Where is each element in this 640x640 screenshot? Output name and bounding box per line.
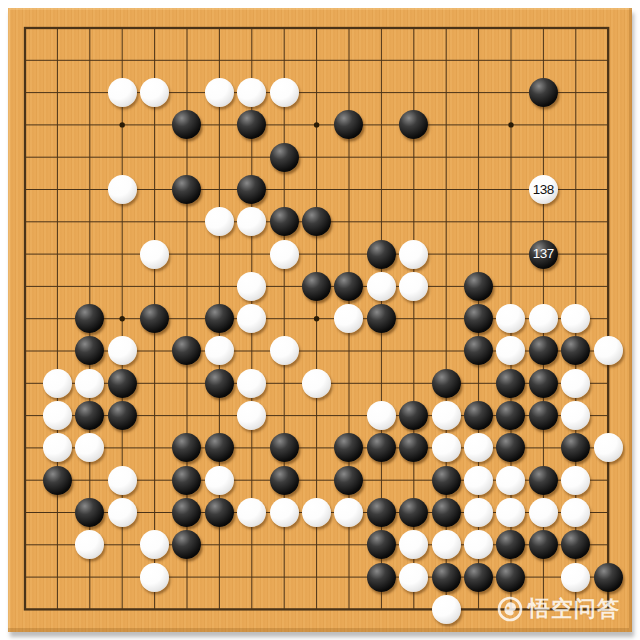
stone-white (367, 401, 396, 430)
stone-white (270, 336, 299, 365)
stone-white (302, 369, 331, 398)
stone-white (432, 595, 461, 624)
stone-white (464, 498, 493, 527)
stone-black (367, 304, 396, 333)
stone-white (205, 207, 234, 236)
stone-black (529, 336, 558, 365)
stone-white (561, 563, 590, 592)
stone-white (464, 466, 493, 495)
stone-black (464, 336, 493, 365)
stone-black (432, 563, 461, 592)
stone-white (140, 530, 169, 559)
stone-white (496, 498, 525, 527)
stone-black (108, 369, 137, 398)
stone-black (270, 143, 299, 172)
stone-white (108, 78, 137, 107)
stone-white (237, 207, 266, 236)
stone-black (464, 401, 493, 430)
stone-white (399, 530, 428, 559)
stone-white (561, 498, 590, 527)
stone-black (464, 304, 493, 333)
stone-white (205, 78, 234, 107)
stone-black (399, 498, 428, 527)
stone-black (432, 498, 461, 527)
stone-black (367, 530, 396, 559)
stone-black (367, 433, 396, 462)
stone-white (432, 530, 461, 559)
stone-black (561, 433, 590, 462)
stone-white (529, 304, 558, 333)
stone-white (108, 175, 137, 204)
stone-white (140, 563, 169, 592)
stone-black (464, 563, 493, 592)
stone-black (496, 401, 525, 430)
stone-black (529, 401, 558, 430)
stone-black (334, 110, 363, 139)
stone-white (75, 530, 104, 559)
stone-black (172, 498, 201, 527)
stone-black (529, 466, 558, 495)
stone-black (43, 466, 72, 495)
stone-white (432, 401, 461, 430)
stone-black (237, 175, 266, 204)
stone-black (432, 369, 461, 398)
stone-black (237, 110, 266, 139)
stone-black (529, 78, 558, 107)
stone-white (43, 401, 72, 430)
stone-black (432, 466, 461, 495)
stone-black (75, 304, 104, 333)
stone-white (399, 563, 428, 592)
stone-black (399, 433, 428, 462)
stone-black: 137 (529, 240, 558, 269)
stone-white (496, 304, 525, 333)
stone-white (43, 433, 72, 462)
stone-black (529, 369, 558, 398)
stone-black (334, 272, 363, 301)
stone-black (529, 530, 558, 559)
stone-white (108, 466, 137, 495)
stone-black (399, 401, 428, 430)
stone-white (75, 433, 104, 462)
stone-white (270, 78, 299, 107)
stone-black (75, 336, 104, 365)
go-diagram-screen: 138137 悟空问答 (0, 0, 640, 640)
stone-black (172, 530, 201, 559)
stone-black (75, 498, 104, 527)
stone-white (270, 498, 299, 527)
stone-white (237, 369, 266, 398)
stone-black (205, 498, 234, 527)
stone-white (496, 336, 525, 365)
stone-black (172, 175, 201, 204)
stone-white (594, 336, 623, 365)
stone-black (205, 433, 234, 462)
stone-black (172, 466, 201, 495)
stone-white (334, 304, 363, 333)
stone-white (561, 401, 590, 430)
stone-black (75, 401, 104, 430)
stone-white (464, 433, 493, 462)
stone-white: 138 (529, 175, 558, 204)
stone-black (594, 563, 623, 592)
stone-black (367, 563, 396, 592)
stone-white (464, 530, 493, 559)
stone-black (496, 369, 525, 398)
stone-black (302, 207, 331, 236)
stone-white (237, 498, 266, 527)
stone-white (43, 369, 72, 398)
stone-white (496, 466, 525, 495)
stones-layer: 138137 (9, 12, 624, 626)
stone-black (496, 530, 525, 559)
stone-black (172, 433, 201, 462)
stone-black (205, 369, 234, 398)
stone-black (270, 433, 299, 462)
stone-black (561, 530, 590, 559)
stone-black (205, 304, 234, 333)
stone-white (561, 304, 590, 333)
stone-black (172, 110, 201, 139)
stone-black (270, 207, 299, 236)
stone-white (367, 272, 396, 301)
stone-white (561, 466, 590, 495)
stone-black (334, 466, 363, 495)
stone-white (432, 433, 461, 462)
stone-white (75, 369, 104, 398)
stone-black (496, 433, 525, 462)
stone-black (496, 563, 525, 592)
stone-white (237, 401, 266, 430)
move-number-label: 138 (533, 183, 554, 197)
stone-white (205, 336, 234, 365)
stone-white (561, 369, 590, 398)
move-number-label: 137 (533, 247, 554, 261)
stone-white (302, 498, 331, 527)
stone-black (367, 498, 396, 527)
stone-white (399, 240, 428, 269)
stone-black (561, 336, 590, 365)
stone-black (464, 272, 493, 301)
stone-black (367, 240, 396, 269)
stone-black (334, 433, 363, 462)
stone-white (108, 498, 137, 527)
stone-white (237, 272, 266, 301)
stone-white (205, 466, 234, 495)
stone-white (237, 78, 266, 107)
stone-white (399, 272, 428, 301)
go-board: 138137 悟空问答 (8, 8, 632, 632)
stone-white (334, 498, 363, 527)
stone-black (140, 304, 169, 333)
stone-white (529, 498, 558, 527)
stone-black (270, 466, 299, 495)
stone-white (108, 336, 137, 365)
stone-black (399, 110, 428, 139)
stone-white (140, 78, 169, 107)
stone-white (270, 240, 299, 269)
stone-white (594, 433, 623, 462)
stone-white (140, 240, 169, 269)
stone-black (172, 336, 201, 365)
stone-white (237, 304, 266, 333)
stone-black (108, 401, 137, 430)
stone-black (302, 272, 331, 301)
